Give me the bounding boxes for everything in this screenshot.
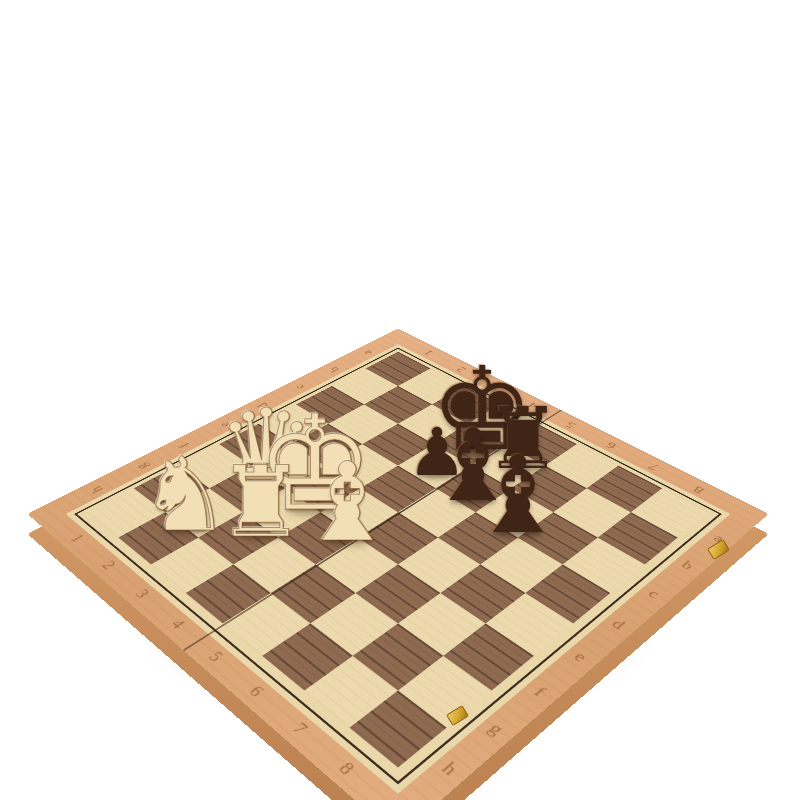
product-photo-stage: 12345678abcdefgh12345678abcdefgh ♚♜♟♛♝♚♞… [0, 0, 800, 800]
white-bishop-f5[interactable]: ♝ [298, 448, 396, 557]
black-bishop-c7[interactable]: ♝ [470, 442, 566, 549]
white-rook-g4[interactable]: ♜ [217, 453, 305, 551]
